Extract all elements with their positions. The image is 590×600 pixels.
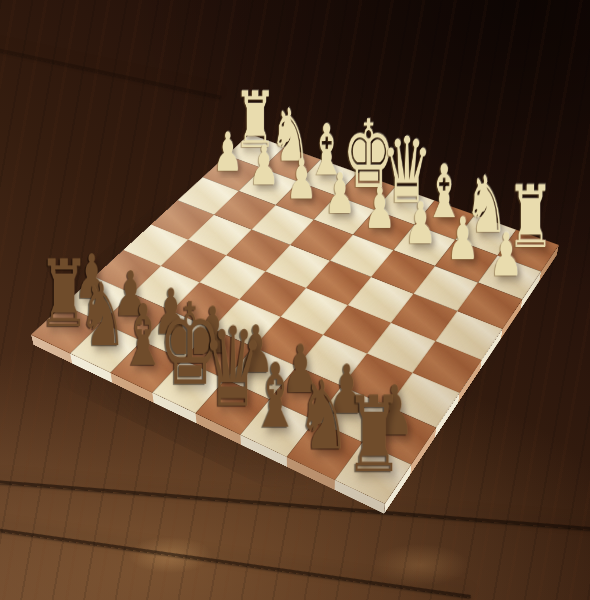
black-bishop[interactable]: ♝ [120,293,152,378]
black-rook[interactable]: ♜ [38,249,69,341]
black-king[interactable]: ♚ [158,289,191,402]
plank-seam [0,44,222,98]
white-pawn[interactable]: ♟ [249,138,276,193]
black-queen[interactable]: ♛ [203,312,236,422]
black-knight[interactable]: ♞ [297,368,332,463]
white-pawn[interactable]: ♟ [490,225,520,285]
black-knight[interactable]: ♞ [78,272,110,359]
black-rook[interactable]: ♜ [345,384,380,488]
white-pawn[interactable]: ♟ [213,125,240,179]
white-pawn[interactable]: ♟ [404,194,433,252]
black-bishop[interactable]: ♝ [251,351,285,440]
table-surface: ♜♞♝♚♛♝♞♜♟♟♟♟♟♟♟♟♟♟♟♟♟♟♟♟♜♞♝♚♛♝♞♜ [0,0,590,600]
white-pawn[interactable]: ♟ [324,165,352,221]
chess-board: ♜♞♝♚♛♝♞♜♟♟♟♟♟♟♟♟♟♟♟♟♟♟♟♟♜♞♝♚♛♝♞♜ [31,134,559,504]
square-a8[interactable]: ♜ [335,442,411,504]
white-pawn[interactable]: ♟ [446,209,475,268]
white-pawn[interactable]: ♟ [364,179,392,236]
chess-board-3d: ♜♞♝♚♛♝♞♜♟♟♟♟♟♟♟♟♟♟♟♟♟♟♟♟♜♞♝♚♛♝♞♜ [31,134,559,504]
white-pawn[interactable]: ♟ [286,151,314,206]
